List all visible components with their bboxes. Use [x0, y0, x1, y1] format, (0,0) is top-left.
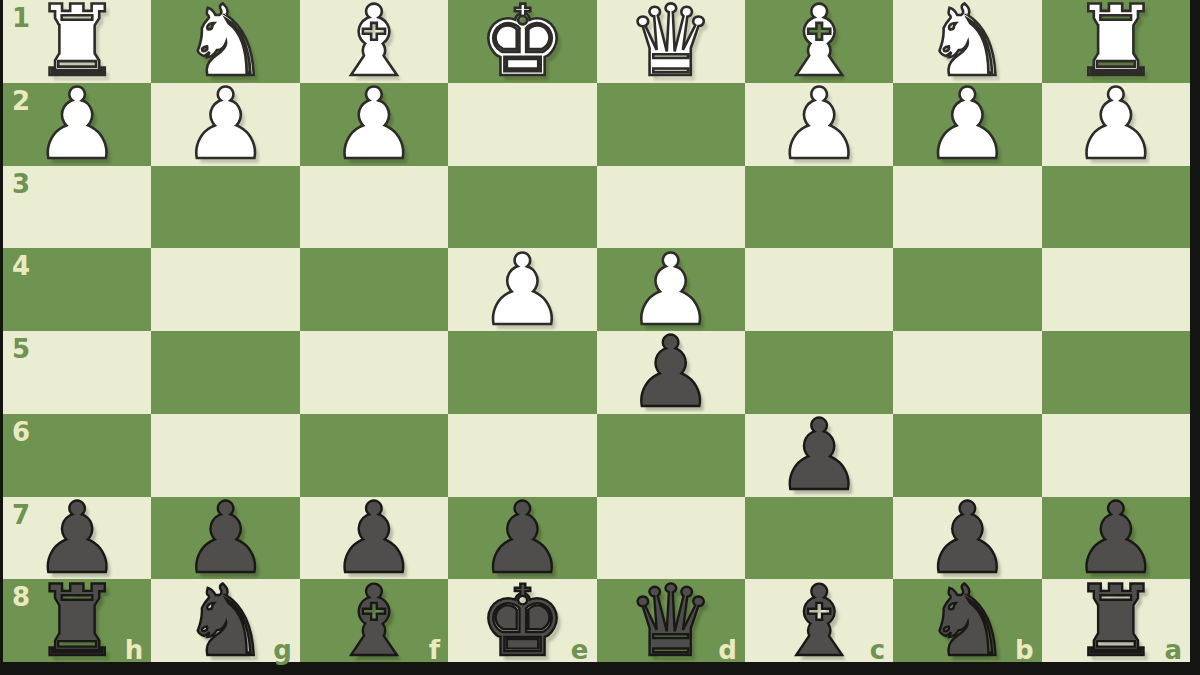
square-f5[interactable] [300, 331, 448, 414]
black-knight-b8[interactable]: ♞ [924, 580, 1012, 662]
square-h4[interactable]: 4 [3, 248, 151, 331]
square-f8[interactable]: f♝ [300, 579, 448, 662]
square-c4[interactable] [745, 248, 893, 331]
square-c6[interactable]: ♟ [745, 414, 893, 497]
square-g5[interactable] [151, 331, 299, 414]
square-g8[interactable]: g♞ [151, 579, 299, 662]
chess-board: 1♜♞♝♚♛♝♞♜2♟♟♟♟♟♟34♟♟5♟6♟7♟♟♟♟♟♟8h♜g♞f♝e♚… [3, 0, 1190, 662]
rank-label-5: 5 [12, 336, 30, 362]
square-e8[interactable]: e♚ [448, 579, 596, 662]
black-rook-h8[interactable]: ♜ [33, 580, 121, 662]
rank-label-8: 8 [12, 584, 30, 610]
black-pawn-d5[interactable]: ♟ [627, 331, 715, 413]
chess-app-screen: 1♜♞♝♚♛♝♞♜2♟♟♟♟♟♟34♟♟5♟6♟7♟♟♟♟♟♟8h♜g♞f♝e♚… [0, 0, 1200, 675]
square-g2[interactable]: ♟ [151, 83, 299, 166]
square-b5[interactable] [893, 331, 1041, 414]
file-label-d: d [718, 637, 737, 663]
black-rook-a8[interactable]: ♜ [1072, 580, 1160, 662]
file-label-c: c [870, 637, 885, 663]
square-f4[interactable] [300, 248, 448, 331]
black-bishop-c8[interactable]: ♝ [775, 580, 863, 662]
rank-label-2: 2 [12, 88, 30, 114]
square-h2[interactable]: 2♟ [3, 83, 151, 166]
square-b4[interactable] [893, 248, 1041, 331]
white-pawn-e4[interactable]: ♟ [478, 249, 566, 331]
file-label-b: b [1015, 637, 1034, 663]
white-pawn-h2[interactable]: ♟ [33, 83, 121, 165]
square-c2[interactable]: ♟ [745, 83, 893, 166]
file-label-e: e [571, 637, 589, 663]
square-e4[interactable]: ♟ [448, 248, 596, 331]
black-king-e8[interactable]: ♚ [478, 580, 566, 662]
white-pawn-a2[interactable]: ♟ [1072, 83, 1160, 165]
square-h5[interactable]: 5 [3, 331, 151, 414]
file-label-h: h [125, 637, 144, 663]
square-a2[interactable]: ♟ [1042, 83, 1190, 166]
square-d8[interactable]: d♛ [597, 579, 745, 662]
white-pawn-f2[interactable]: ♟ [330, 83, 418, 165]
rank-label-7: 7 [12, 502, 30, 528]
file-label-g: g [273, 637, 292, 663]
square-c8[interactable]: c♝ [745, 579, 893, 662]
square-e1[interactable]: ♚ [448, 0, 596, 83]
black-queen-d8[interactable]: ♛ [627, 580, 715, 662]
rank-label-6: 6 [12, 419, 30, 445]
square-d5[interactable]: ♟ [597, 331, 745, 414]
white-pawn-b2[interactable]: ♟ [924, 83, 1012, 165]
file-label-a: a [1164, 637, 1182, 663]
square-h8[interactable]: 8h♜ [3, 579, 151, 662]
white-pawn-g2[interactable]: ♟ [182, 83, 270, 165]
square-d1[interactable]: ♛ [597, 0, 745, 83]
square-a5[interactable] [1042, 331, 1190, 414]
square-b2[interactable]: ♟ [893, 83, 1041, 166]
square-g4[interactable] [151, 248, 299, 331]
black-pawn-c6[interactable]: ♟ [775, 414, 863, 496]
square-a4[interactable] [1042, 248, 1190, 331]
rank-label-1: 1 [12, 5, 30, 31]
square-f2[interactable]: ♟ [300, 83, 448, 166]
square-a8[interactable]: a♜ [1042, 579, 1190, 662]
rank-label-4: 4 [12, 253, 30, 279]
white-pawn-c2[interactable]: ♟ [775, 83, 863, 165]
black-knight-g8[interactable]: ♞ [182, 580, 270, 662]
black-bishop-f8[interactable]: ♝ [330, 580, 418, 662]
file-label-f: f [429, 637, 440, 663]
rank-label-3: 3 [12, 171, 30, 197]
square-b8[interactable]: b♞ [893, 579, 1041, 662]
white-king-e1[interactable]: ♚ [478, 0, 566, 82]
white-queen-d1[interactable]: ♛ [627, 0, 715, 82]
